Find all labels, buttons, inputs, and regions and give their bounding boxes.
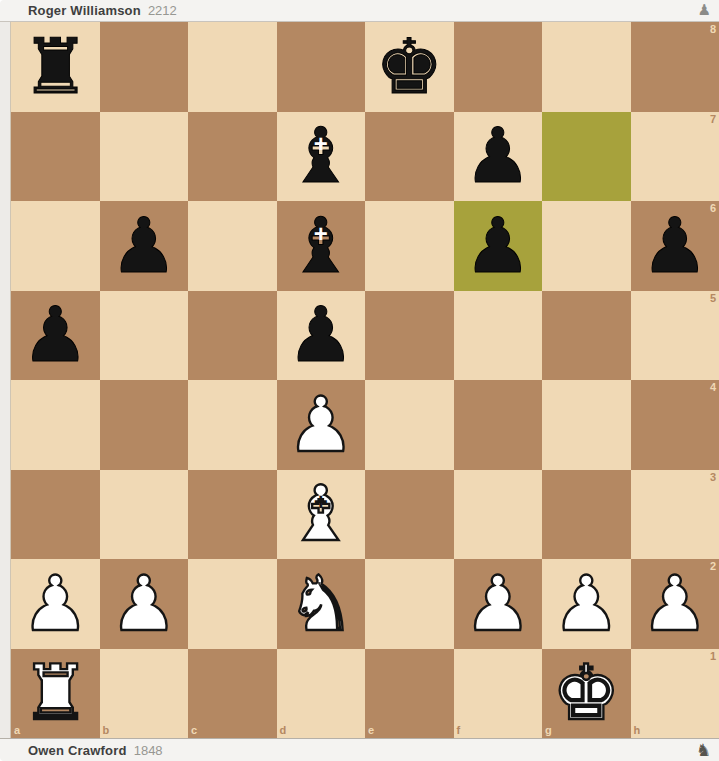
square-e3[interactable] [365, 470, 454, 560]
piece-white-pawn[interactable]: ♟ [287, 387, 355, 463]
piece-black-bishop[interactable]: ♝+ [287, 208, 355, 284]
square-h4[interactable]: 4 [631, 380, 719, 470]
square-c6[interactable] [188, 201, 277, 291]
file-label-g: g [545, 725, 552, 736]
top-player-name: Roger Williamson [28, 3, 141, 18]
top-player-rating: 2212 [148, 3, 177, 18]
square-e7[interactable] [365, 112, 454, 202]
bottom-player-name: Owen Crawford [28, 743, 127, 758]
rank-label-3: 3 [710, 472, 716, 483]
square-f1[interactable]: f [454, 649, 543, 739]
bishop-cross-detail: + [314, 222, 328, 246]
square-a2[interactable]: ♟ [11, 559, 100, 649]
piece-black-pawn[interactable]: ♟ [287, 297, 355, 373]
square-f7[interactable]: ♟ [454, 112, 543, 202]
piece-black-pawn[interactable]: ♟ [464, 118, 532, 194]
square-c5[interactable] [188, 291, 277, 381]
square-a4[interactable] [11, 380, 100, 470]
square-f4[interactable] [454, 380, 543, 470]
square-g8[interactable] [542, 22, 631, 112]
rank-label-8: 8 [710, 24, 716, 35]
rank-label-6: 6 [710, 203, 716, 214]
piece-white-pawn[interactable]: ♟ [21, 566, 89, 642]
rank-label-7: 7 [710, 114, 716, 125]
piece-black-pawn[interactable]: ♟ [110, 208, 178, 284]
square-h5[interactable]: 5 [631, 291, 719, 381]
square-h3[interactable]: 3 [631, 470, 719, 560]
piece-white-rook[interactable]: ♜ [21, 655, 89, 731]
square-a5[interactable]: ♟ [11, 291, 100, 381]
piece-white-pawn[interactable]: ♟ [464, 566, 532, 642]
rank-label-2: 2 [710, 561, 716, 572]
file-label-b: b [103, 725, 110, 736]
square-b1[interactable]: b [100, 649, 189, 739]
bottom-player-bar: Owen Crawford 1848 ♞ [0, 738, 719, 761]
piece-white-king[interactable]: ♚ [552, 655, 620, 731]
square-f3[interactable] [454, 470, 543, 560]
square-a8[interactable]: ♜ [11, 22, 100, 112]
rank-label-4: 4 [710, 382, 716, 393]
square-a7[interactable] [11, 112, 100, 202]
square-b2[interactable]: ♟ [100, 559, 189, 649]
piece-white-pawn[interactable]: ♟ [552, 566, 620, 642]
square-c7[interactable] [188, 112, 277, 202]
square-a1[interactable]: ♜a [11, 649, 100, 739]
square-g3[interactable] [542, 470, 631, 560]
chess-board[interactable]: ♜♚8♝+♟7♟♝+♟♟6♟♟5♟4♝+3♟♟♞♟♟♟2♜abcdef♚gh1 [11, 22, 719, 738]
bishop-cross-detail: + [314, 132, 328, 156]
square-b8[interactable] [100, 22, 189, 112]
square-h7[interactable]: 7 [631, 112, 719, 202]
file-label-d: d [280, 725, 287, 736]
rank-label-1: 1 [710, 651, 716, 662]
piece-black-pawn[interactable]: ♟ [641, 208, 709, 284]
square-g7[interactable] [542, 112, 631, 202]
square-g6[interactable] [542, 201, 631, 291]
square-c4[interactable] [188, 380, 277, 470]
square-b7[interactable] [100, 112, 189, 202]
square-e2[interactable] [365, 559, 454, 649]
square-d2[interactable]: ♞ [277, 559, 366, 649]
square-d7[interactable]: ♝+ [277, 112, 366, 202]
square-d8[interactable] [277, 22, 366, 112]
piece-black-pawn[interactable]: ♟ [464, 208, 532, 284]
square-d3[interactable]: ♝+ [277, 470, 366, 560]
top-player-bar: Roger Williamson 2212 ♟ [0, 0, 719, 22]
board-left-gutter [0, 22, 11, 738]
knight-icon: ♞ [696, 742, 711, 759]
square-a3[interactable] [11, 470, 100, 560]
square-e6[interactable] [365, 201, 454, 291]
square-f5[interactable] [454, 291, 543, 381]
file-label-h: h [634, 725, 641, 736]
square-g2[interactable]: ♟ [542, 559, 631, 649]
square-h8[interactable]: 8 [631, 22, 719, 112]
file-label-a: a [14, 725, 20, 736]
square-e1[interactable]: e [365, 649, 454, 739]
game-screen: Roger Williamson 2212 ♟ ♜♚8♝+♟7♟♝+♟♟6♟♟5… [0, 0, 719, 761]
board-area: ♜♚8♝+♟7♟♝+♟♟6♟♟5♟4♝+3♟♟♞♟♟♟2♜abcdef♚gh1 [0, 22, 719, 738]
piece-white-pawn[interactable]: ♟ [110, 566, 178, 642]
piece-black-bishop[interactable]: ♝+ [287, 118, 355, 194]
piece-black-pawn[interactable]: ♟ [21, 297, 89, 373]
file-label-c: c [191, 725, 197, 736]
square-c2[interactable] [188, 559, 277, 649]
square-g4[interactable] [542, 380, 631, 470]
piece-black-rook[interactable]: ♜ [21, 29, 89, 105]
square-e8[interactable]: ♚ [365, 22, 454, 112]
square-f2[interactable]: ♟ [454, 559, 543, 649]
square-g5[interactable] [542, 291, 631, 381]
file-label-f: f [457, 725, 461, 736]
square-c1[interactable]: c [188, 649, 277, 739]
bottom-player-rating: 1848 [134, 743, 163, 758]
player-bust-icon: ♟ [698, 3, 711, 18]
square-a6[interactable] [11, 201, 100, 291]
bishop-cross-detail: + [314, 490, 328, 514]
square-b3[interactable] [100, 470, 189, 560]
piece-white-bishop[interactable]: ♝+ [287, 476, 355, 552]
square-d1[interactable]: d [277, 649, 366, 739]
piece-white-knight[interactable]: ♞ [287, 566, 355, 642]
piece-black-king[interactable]: ♚ [375, 29, 443, 105]
square-f8[interactable] [454, 22, 543, 112]
piece-white-pawn[interactable]: ♟ [641, 566, 709, 642]
square-f6[interactable]: ♟ [454, 201, 543, 291]
square-e4[interactable] [365, 380, 454, 470]
square-b6[interactable]: ♟ [100, 201, 189, 291]
square-g1[interactable]: ♚g [542, 649, 631, 739]
square-d5[interactable]: ♟ [277, 291, 366, 381]
square-d6[interactable]: ♝+ [277, 201, 366, 291]
file-label-e: e [368, 725, 374, 736]
square-d4[interactable]: ♟ [277, 380, 366, 470]
square-c3[interactable] [188, 470, 277, 560]
square-b5[interactable] [100, 291, 189, 381]
square-h2[interactable]: ♟2 [631, 559, 719, 649]
square-e5[interactable] [365, 291, 454, 381]
square-c8[interactable] [188, 22, 277, 112]
square-b4[interactable] [100, 380, 189, 470]
square-h1[interactable]: h1 [631, 649, 719, 739]
square-h6[interactable]: ♟6 [631, 201, 719, 291]
rank-label-5: 5 [710, 293, 716, 304]
